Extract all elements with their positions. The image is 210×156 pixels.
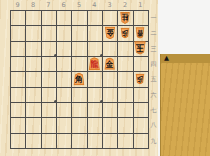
square-86[interactable] bbox=[25, 87, 40, 102]
square-74[interactable] bbox=[41, 56, 56, 71]
square-95[interactable] bbox=[10, 71, 25, 86]
rank-label-9: 九 bbox=[149, 137, 158, 146]
square-39[interactable] bbox=[102, 133, 117, 148]
square-17[interactable] bbox=[133, 102, 148, 117]
square-72[interactable] bbox=[41, 25, 56, 40]
square-33[interactable] bbox=[102, 41, 117, 56]
square-99[interactable] bbox=[10, 133, 25, 148]
square-94[interactable] bbox=[10, 56, 25, 71]
square-68[interactable] bbox=[56, 117, 71, 132]
shogi-board: 987654321一二三四五六七八九 桂金歩香玉龍金角歩 bbox=[0, 0, 158, 156]
square-23[interactable] bbox=[117, 41, 132, 56]
square-25[interactable] bbox=[117, 71, 132, 86]
square-78[interactable] bbox=[41, 117, 56, 132]
piece-glyph: 歩 bbox=[137, 75, 144, 82]
square-89[interactable] bbox=[25, 133, 40, 148]
square-26[interactable] bbox=[117, 87, 132, 102]
square-16[interactable] bbox=[133, 87, 148, 102]
file-label-7: 7 bbox=[41, 1, 56, 9]
file-label-6: 6 bbox=[56, 1, 71, 9]
komadai-sente[interactable]: ▲ bbox=[160, 54, 210, 156]
square-45[interactable] bbox=[87, 71, 102, 86]
square-18[interactable] bbox=[133, 117, 148, 132]
piece-glyph: 歩 bbox=[121, 29, 128, 36]
square-51[interactable] bbox=[71, 10, 86, 25]
square-87[interactable] bbox=[25, 102, 40, 117]
file-label-3: 3 bbox=[102, 1, 117, 9]
square-11[interactable] bbox=[133, 10, 148, 25]
square-65[interactable] bbox=[56, 71, 71, 86]
square-75[interactable] bbox=[41, 71, 56, 86]
piece-face: 歩 bbox=[121, 28, 129, 37]
rank-label-6: 六 bbox=[149, 91, 158, 100]
square-64[interactable] bbox=[56, 56, 71, 71]
square-36[interactable] bbox=[102, 87, 117, 102]
square-81[interactable] bbox=[25, 10, 40, 25]
piece-glyph: 玉 bbox=[136, 43, 145, 52]
file-label-5: 5 bbox=[71, 1, 86, 9]
komadai-header: ▲ bbox=[161, 54, 210, 63]
square-29[interactable] bbox=[117, 133, 132, 148]
square-31[interactable] bbox=[102, 10, 117, 25]
square-28[interactable] bbox=[117, 117, 132, 132]
square-37[interactable] bbox=[102, 102, 117, 117]
square-57[interactable] bbox=[71, 102, 86, 117]
piece-face: 龍 bbox=[89, 58, 100, 70]
square-82[interactable] bbox=[25, 25, 40, 40]
square-35[interactable] bbox=[102, 71, 117, 86]
square-73[interactable] bbox=[41, 41, 56, 56]
square-88[interactable] bbox=[25, 117, 40, 132]
square-79[interactable] bbox=[41, 133, 56, 148]
rank-label-5: 五 bbox=[149, 75, 158, 84]
file-label-4: 4 bbox=[87, 1, 102, 9]
square-42[interactable] bbox=[87, 25, 102, 40]
rank-label-3: 三 bbox=[149, 45, 158, 54]
file-label-1: 1 bbox=[133, 1, 148, 9]
square-61[interactable] bbox=[56, 10, 71, 25]
square-77[interactable] bbox=[41, 102, 56, 117]
piece-glyph: 桂 bbox=[121, 13, 129, 21]
piece-face: 金 bbox=[105, 58, 115, 69]
square-54[interactable] bbox=[71, 56, 86, 71]
piece-face: 角 bbox=[74, 73, 85, 84]
piece-glyph: 金 bbox=[106, 28, 114, 36]
square-59[interactable] bbox=[71, 133, 86, 148]
square-43[interactable] bbox=[87, 41, 102, 56]
piece-face: 桂 bbox=[120, 13, 129, 23]
square-96[interactable] bbox=[10, 87, 25, 102]
file-label-8: 8 bbox=[25, 1, 40, 9]
square-46[interactable] bbox=[87, 87, 102, 102]
square-48[interactable] bbox=[87, 117, 102, 132]
square-41[interactable] bbox=[87, 10, 102, 25]
square-38[interactable] bbox=[102, 117, 117, 132]
shogi-app-screen: 987654321一二三四五六七八九 桂金歩香玉龍金角歩 ▲ bbox=[0, 0, 210, 156]
square-24[interactable] bbox=[117, 56, 132, 71]
square-91[interactable] bbox=[10, 10, 25, 25]
square-97[interactable] bbox=[10, 102, 25, 117]
sente-marker-icon: ▲ bbox=[161, 55, 169, 62]
square-63[interactable] bbox=[56, 41, 71, 56]
square-47[interactable] bbox=[87, 102, 102, 117]
square-56[interactable] bbox=[71, 87, 86, 102]
piece-glyph: 龍 bbox=[90, 60, 99, 69]
square-85[interactable] bbox=[25, 71, 40, 86]
rank-label-7: 七 bbox=[149, 106, 158, 115]
piece-glyph: 金 bbox=[106, 60, 114, 68]
square-66[interactable] bbox=[56, 87, 71, 102]
square-84[interactable] bbox=[25, 56, 40, 71]
piece-glyph: 角 bbox=[75, 76, 83, 84]
rank-label-2: 二 bbox=[149, 29, 158, 38]
file-label-2: 2 bbox=[117, 1, 132, 9]
square-69[interactable] bbox=[56, 133, 71, 148]
square-67[interactable] bbox=[56, 102, 71, 117]
square-71[interactable] bbox=[41, 10, 56, 25]
piece-face: 歩 bbox=[136, 74, 144, 83]
piece-face: 香 bbox=[136, 28, 144, 38]
rank-label-4: 四 bbox=[149, 60, 158, 69]
square-92[interactable] bbox=[10, 25, 25, 40]
square-62[interactable] bbox=[56, 25, 71, 40]
square-53[interactable] bbox=[71, 41, 86, 56]
rank-label-8: 八 bbox=[149, 121, 158, 130]
square-27[interactable] bbox=[117, 102, 132, 117]
square-52[interactable] bbox=[71, 25, 86, 40]
square-19[interactable] bbox=[133, 133, 148, 148]
square-14[interactable] bbox=[133, 56, 148, 71]
rank-label-1: 一 bbox=[149, 14, 158, 23]
square-93[interactable] bbox=[10, 41, 25, 56]
square-76[interactable] bbox=[41, 87, 56, 102]
square-58[interactable] bbox=[71, 117, 86, 132]
square-83[interactable] bbox=[25, 41, 40, 56]
square-49[interactable] bbox=[87, 133, 102, 148]
square-98[interactable] bbox=[10, 117, 25, 132]
piece-glyph: 香 bbox=[137, 29, 144, 36]
file-label-9: 9 bbox=[10, 1, 25, 9]
